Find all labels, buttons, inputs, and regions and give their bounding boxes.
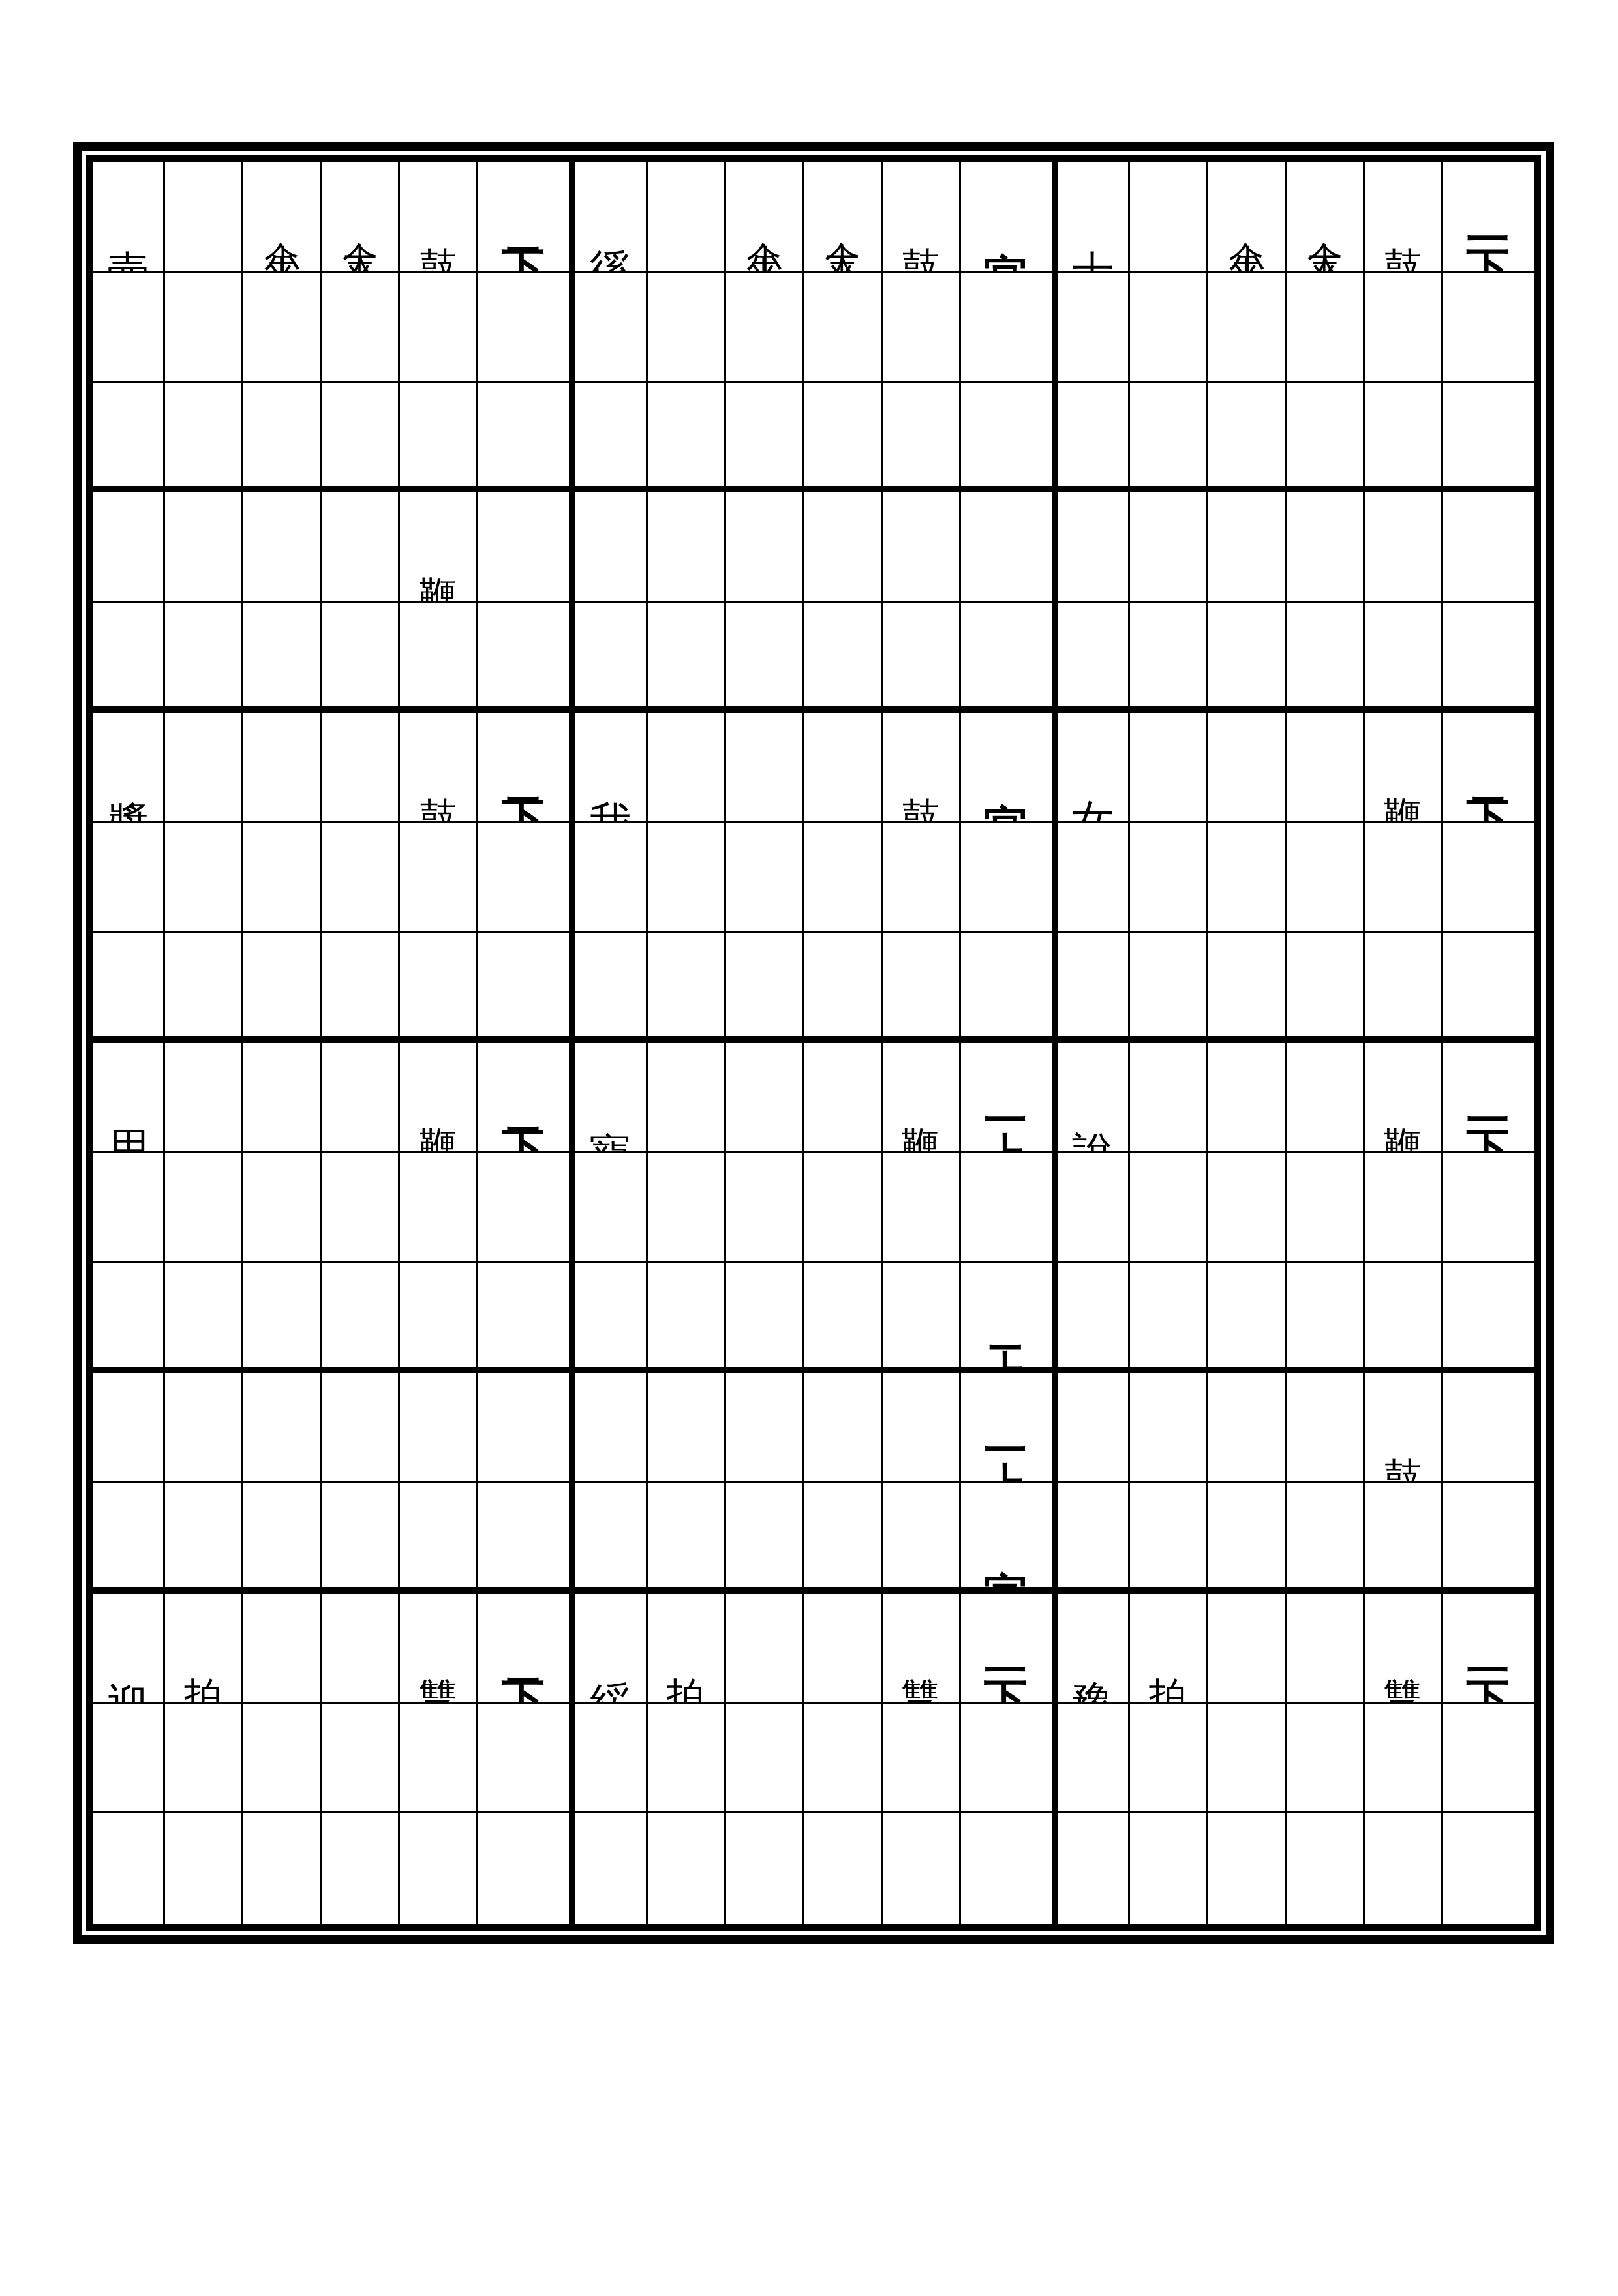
cell-middle-r1-c5: 鼓 [883, 162, 961, 273]
cell-left-r6-c4 [322, 713, 400, 823]
cell-right-r2-c4 [1287, 273, 1365, 383]
cell-middle-r7-c5 [883, 823, 961, 933]
cell-right-r14-c5: 雙 [1365, 1594, 1443, 1704]
cell-right-r6-c4 [1287, 713, 1365, 823]
cell-left-r8-c3 [243, 933, 322, 1043]
cell-right-r5-c1 [1058, 603, 1130, 713]
cell-middle-r2-c1 [575, 273, 647, 383]
cell-middle-r3-c3 [726, 383, 804, 493]
cell-right-r13-c5 [1365, 1483, 1443, 1594]
cell-middle-r1-c6: 宮 [961, 162, 1052, 273]
cell-right-r6-c6: 下二 [1443, 713, 1534, 823]
cell-left-r12-c2 [165, 1373, 243, 1483]
cell-left-r15-c6 [478, 1704, 569, 1814]
cell-left-r11-c4 [322, 1263, 400, 1374]
cell-middle-r12-c4 [804, 1373, 883, 1483]
cell-left-r12-c6 [478, 1373, 569, 1483]
cell-right-r4-c1 [1058, 492, 1130, 603]
cell-right-r2-c2 [1130, 273, 1208, 383]
cell-right-r9-c2 [1130, 1043, 1208, 1153]
cell-middle-r9-c5: 鞭 [883, 1043, 961, 1153]
cell-middle-r1-c2 [648, 162, 726, 273]
cell-right-r3-c1 [1058, 383, 1130, 493]
cell-right-r3-c5 [1365, 383, 1443, 493]
cell-left-r14-c2: 拍 [165, 1594, 243, 1704]
cell-right-r15-c5 [1365, 1704, 1443, 1814]
cell-right-r15-c6 [1443, 1704, 1534, 1814]
cell-right-r9-c3 [1208, 1043, 1287, 1153]
cell-middle-r3-c2 [648, 383, 726, 493]
cell-left-r12-c4 [322, 1373, 400, 1483]
cell-left-r8-c4 [322, 933, 400, 1043]
score-table: 壺小金大金鼓下二鞭漿鼓下二用鞭下二迎拍雙下二 徯小金大金鼓宮我鼓宮寵鞭上一上二上… [86, 155, 1541, 1931]
cell-middle-r14-c4 [804, 1594, 883, 1704]
cell-middle-r14-c1: 綏 [575, 1594, 647, 1704]
cell-left-r14-c1: 迎 [93, 1594, 165, 1704]
cell-left-r16-c5 [400, 1813, 478, 1924]
cell-left-r14-c3 [243, 1594, 322, 1704]
cell-middle-r15-c3 [726, 1704, 804, 1814]
cell-right-r15-c3 [1208, 1704, 1287, 1814]
cell-right-r11-c4 [1287, 1263, 1365, 1374]
cell-left-r12-c3 [243, 1373, 322, 1483]
cell-right-r11-c3 [1208, 1263, 1287, 1374]
cell-middle-r12-c3 [726, 1373, 804, 1483]
cell-left-r13-c5 [400, 1483, 478, 1594]
cell-left-r10-c3 [243, 1153, 322, 1263]
cell-left-r15-c1 [93, 1704, 165, 1814]
cell-left-r16-c6 [478, 1813, 569, 1924]
cell-right-r9-c5: 鞭 [1365, 1043, 1443, 1153]
cell-middle-r6-c4 [804, 713, 883, 823]
cell-left-r9-c1: 用 [93, 1043, 165, 1153]
cell-middle-r16-c6 [961, 1813, 1052, 1924]
cell-middle-r9-c2 [648, 1043, 726, 1153]
cell-middle-r1-c1: 徯 [575, 162, 647, 273]
cell-middle-r13-c5 [883, 1483, 961, 1594]
cell-right-r2-c1 [1058, 273, 1130, 383]
cell-right-r11-c1 [1058, 1263, 1130, 1374]
cell-middle-r5-c3 [726, 603, 804, 713]
cell-middle-r16-c5 [883, 1813, 961, 1924]
cell-middle-r8-c1 [575, 933, 647, 1043]
cell-left-r7-c6 [478, 823, 569, 933]
cell-right-r6-c5: 鞭 [1365, 713, 1443, 823]
cell-left-r11-c3 [243, 1263, 322, 1374]
cell-left-r15-c5 [400, 1704, 478, 1814]
cell-middle-r5-c6 [961, 603, 1052, 713]
cell-middle-r7-c4 [804, 823, 883, 933]
cell-middle-r10-c2 [648, 1153, 726, 1263]
score-page: 壺小金大金鼓下二鞭漿鼓下二用鞭下二迎拍雙下二 徯小金大金鼓宮我鼓宮寵鞭上一上二上… [0, 0, 1618, 2296]
cell-right-r10-c1 [1058, 1153, 1130, 1263]
cell-left-r5-c6 [478, 603, 569, 713]
cell-middle-r3-c1 [575, 383, 647, 493]
cell-right-r4-c2 [1130, 492, 1208, 603]
cell-right-r11-c5 [1365, 1263, 1443, 1374]
cell-left-r3-c4 [322, 383, 400, 493]
score-column-middle: 徯小金大金鼓宮我鼓宮寵鞭上一上二上一宮綏拍雙下一 [569, 162, 1058, 1924]
cell-right-r16-c3 [1208, 1813, 1287, 1924]
cell-middle-r2-c5 [883, 273, 961, 383]
cell-middle-r16-c3 [726, 1813, 804, 1924]
cell-middle-r4-c2 [648, 492, 726, 603]
cell-middle-r15-c1 [575, 1704, 647, 1814]
cell-middle-r4-c5 [883, 492, 961, 603]
cell-middle-r2-c2 [648, 273, 726, 383]
cell-right-r7-c6 [1443, 823, 1534, 933]
cell-left-r9-c5: 鞭 [400, 1043, 478, 1153]
cell-right-r5-c5 [1365, 603, 1443, 713]
cell-right-r1-c1: 士 [1058, 162, 1130, 273]
cell-left-r1-c4: 大金 [322, 162, 400, 273]
cell-right-r4-c4 [1287, 492, 1365, 603]
cell-left-r7-c4 [322, 823, 400, 933]
cell-right-r5-c3 [1208, 603, 1287, 713]
cell-left-r1-c5: 鼓 [400, 162, 478, 273]
cell-left-r1-c2 [165, 162, 243, 273]
cell-left-r3-c1 [93, 383, 165, 493]
cell-left-r1-c1: 壺 [93, 162, 165, 273]
cell-left-r6-c1: 漿 [93, 713, 165, 823]
cell-middle-r8-c6 [961, 933, 1052, 1043]
cell-right-r2-c3 [1208, 273, 1287, 383]
cell-middle-r1-c4: 大金 [804, 162, 883, 273]
cell-left-r7-c1 [93, 823, 165, 933]
score-column-right: 士小金大金鼓下一女鞭下二說鞭下一鼓豫拍雙下一 [1058, 162, 1534, 1924]
cell-left-r16-c2 [165, 1813, 243, 1924]
cell-middle-r15-c6 [961, 1704, 1052, 1814]
cell-right-r7-c5 [1365, 823, 1443, 933]
cell-middle-r4-c4 [804, 492, 883, 603]
cell-left-r15-c2 [165, 1704, 243, 1814]
cell-right-r14-c4 [1287, 1594, 1365, 1704]
cell-middle-r12-c1 [575, 1373, 647, 1483]
cell-middle-r15-c4 [804, 1704, 883, 1814]
cell-right-r12-c4 [1287, 1373, 1365, 1483]
cell-middle-r11-c5 [883, 1263, 961, 1374]
cell-middle-r4-c3 [726, 492, 804, 603]
cell-right-r1-c4: 大金 [1287, 162, 1365, 273]
cell-right-r11-c6 [1443, 1263, 1534, 1374]
cell-right-r16-c1 [1058, 1813, 1130, 1924]
cell-left-r9-c2 [165, 1043, 243, 1153]
cell-left-r5-c2 [165, 603, 243, 713]
cell-right-r1-c6: 下一 [1443, 162, 1534, 273]
cell-middle-r11-c1 [575, 1263, 647, 1374]
cell-right-r7-c2 [1130, 823, 1208, 933]
cell-right-r12-c1 [1058, 1373, 1130, 1483]
cell-left-r1-c3: 小金 [243, 162, 322, 273]
cell-left-r14-c6: 下二 [478, 1594, 569, 1704]
cell-right-r6-c3 [1208, 713, 1287, 823]
cell-right-r15-c4 [1287, 1704, 1365, 1814]
cell-right-r6-c2 [1130, 713, 1208, 823]
cell-middle-r5-c5 [883, 603, 961, 713]
cell-middle-r15-c2 [648, 1704, 726, 1814]
cell-middle-r3-c4 [804, 383, 883, 493]
cell-middle-r13-c2 [648, 1483, 726, 1594]
cell-right-r2-c5 [1365, 273, 1443, 383]
cell-left-r13-c4 [322, 1483, 400, 1594]
cell-left-r7-c2 [165, 823, 243, 933]
cell-left-r10-c4 [322, 1153, 400, 1263]
cell-middle-r8-c2 [648, 933, 726, 1043]
cell-middle-r13-c4 [804, 1483, 883, 1594]
cell-left-r5-c5 [400, 603, 478, 713]
cell-right-r10-c2 [1130, 1153, 1208, 1263]
cell-middle-r3-c5 [883, 383, 961, 493]
cell-left-r14-c5: 雙 [400, 1594, 478, 1704]
cell-right-r4-c3 [1208, 492, 1287, 603]
cell-right-r14-c3 [1208, 1594, 1287, 1704]
cell-right-r2-c6 [1443, 273, 1534, 383]
cell-middle-r5-c1 [575, 603, 647, 713]
cell-middle-r14-c5: 雙 [883, 1594, 961, 1704]
cell-middle-r10-c4 [804, 1153, 883, 1263]
cell-middle-r16-c2 [648, 1813, 726, 1924]
cell-left-r2-c1 [93, 273, 165, 383]
cell-left-r12-c1 [93, 1373, 165, 1483]
cell-right-r16-c2 [1130, 1813, 1208, 1924]
cell-left-r2-c3 [243, 273, 322, 383]
cell-right-r16-c5 [1365, 1813, 1443, 1924]
cell-left-r2-c5 [400, 273, 478, 383]
cell-right-r10-c5 [1365, 1153, 1443, 1263]
cell-left-r16-c1 [93, 1813, 165, 1924]
cell-middle-r7-c3 [726, 823, 804, 933]
cell-right-r7-c1 [1058, 823, 1130, 933]
cell-right-r3-c4 [1287, 383, 1365, 493]
cell-middle-r10-c1 [575, 1153, 647, 1263]
cell-middle-r6-c2 [648, 713, 726, 823]
cell-right-r8-c4 [1287, 933, 1365, 1043]
cell-left-r5-c1 [93, 603, 165, 713]
cell-left-r3-c2 [165, 383, 243, 493]
cell-left-r2-c2 [165, 273, 243, 383]
cell-left-r4-c2 [165, 492, 243, 603]
cell-middle-r12-c2 [648, 1373, 726, 1483]
cell-right-r8-c1 [1058, 933, 1130, 1043]
cell-left-r4-c1 [93, 492, 165, 603]
cell-right-r3-c3 [1208, 383, 1287, 493]
cell-right-r9-c6: 下一 [1443, 1043, 1534, 1153]
cell-right-r8-c3 [1208, 933, 1287, 1043]
cell-middle-r1-c3: 小金 [726, 162, 804, 273]
cell-left-r8-c2 [165, 933, 243, 1043]
cell-right-r8-c2 [1130, 933, 1208, 1043]
cell-right-r4-c6 [1443, 492, 1534, 603]
cell-right-r1-c2 [1130, 162, 1208, 273]
cell-middle-r15-c5 [883, 1704, 961, 1814]
cell-middle-r6-c1: 我 [575, 713, 647, 823]
cell-right-r12-c3 [1208, 1373, 1287, 1483]
score-column-left: 壺小金大金鼓下二鞭漿鼓下二用鞭下二迎拍雙下二 [93, 162, 569, 1924]
cell-right-r7-c3 [1208, 823, 1287, 933]
cell-right-r4-c5 [1365, 492, 1443, 603]
cell-left-r11-c6 [478, 1263, 569, 1374]
cell-left-r6-c3 [243, 713, 322, 823]
cell-left-r4-c3 [243, 492, 322, 603]
cell-left-r11-c2 [165, 1263, 243, 1374]
cell-right-r15-c1 [1058, 1704, 1130, 1814]
cell-right-r16-c6 [1443, 1813, 1534, 1924]
cell-middle-r11-c2 [648, 1263, 726, 1374]
cell-left-r11-c5 [400, 1263, 478, 1374]
cell-middle-r10-c5 [883, 1153, 961, 1263]
cell-middle-r8-c3 [726, 933, 804, 1043]
cell-middle-r11-c3 [726, 1263, 804, 1374]
cell-right-r12-c6 [1443, 1373, 1534, 1483]
cell-right-r13-c3 [1208, 1483, 1287, 1594]
cell-middle-r4-c6 [961, 492, 1052, 603]
cell-left-r14-c4 [322, 1594, 400, 1704]
cell-right-r13-c1 [1058, 1483, 1130, 1594]
cell-right-r10-c6 [1443, 1153, 1534, 1263]
score-outer-frame: 壺小金大金鼓下二鞭漿鼓下二用鞭下二迎拍雙下二 徯小金大金鼓宮我鼓宮寵鞭上一上二上… [73, 142, 1554, 1944]
cell-left-r12-c5 [400, 1373, 478, 1483]
cell-middle-r8-c4 [804, 933, 883, 1043]
cell-middle-r9-c6: 上一 [961, 1043, 1052, 1153]
cell-right-r8-c6 [1443, 933, 1534, 1043]
cell-left-r4-c5: 鞭 [400, 492, 478, 603]
cell-right-r9-c4 [1287, 1043, 1365, 1153]
cell-left-r1-c6: 下二 [478, 162, 569, 273]
cell-right-r5-c6 [1443, 603, 1534, 713]
cell-middle-r16-c1 [575, 1813, 647, 1924]
cell-right-r5-c4 [1287, 603, 1365, 713]
cell-left-r2-c4 [322, 273, 400, 383]
cell-left-r6-c5: 鼓 [400, 713, 478, 823]
cell-left-r2-c6 [478, 273, 569, 383]
cell-middle-r6-c6: 宮 [961, 713, 1052, 823]
cell-middle-r11-c4 [804, 1263, 883, 1374]
cell-right-r10-c3 [1208, 1153, 1287, 1263]
cell-middle-r16-c4 [804, 1813, 883, 1924]
cell-left-r8-c6 [478, 933, 569, 1043]
cell-right-r9-c1: 說 [1058, 1043, 1130, 1153]
cell-right-r13-c6 [1443, 1483, 1534, 1594]
cell-left-r11-c1 [93, 1263, 165, 1374]
cell-middle-r11-c6: 上二 [961, 1263, 1052, 1374]
cell-middle-r8-c5 [883, 933, 961, 1043]
cell-middle-r14-c2: 拍 [648, 1594, 726, 1704]
cell-left-r10-c6 [478, 1153, 569, 1263]
cell-middle-r5-c2 [648, 603, 726, 713]
cell-left-r3-c5 [400, 383, 478, 493]
cell-middle-r7-c1 [575, 823, 647, 933]
cell-middle-r2-c3 [726, 273, 804, 383]
cell-right-r3-c6 [1443, 383, 1534, 493]
cell-left-r5-c3 [243, 603, 322, 713]
cell-right-r14-c6: 下一 [1443, 1594, 1534, 1704]
cell-left-r16-c4 [322, 1813, 400, 1924]
cell-right-r5-c2 [1130, 603, 1208, 713]
cell-left-r10-c5 [400, 1153, 478, 1263]
cell-right-r1-c5: 鼓 [1365, 162, 1443, 273]
cell-left-r15-c3 [243, 1704, 322, 1814]
cell-left-r3-c6 [478, 383, 569, 493]
cell-left-r6-c2 [165, 713, 243, 823]
cell-middle-r12-c6: 上一 [961, 1373, 1052, 1483]
cell-right-r3-c2 [1130, 383, 1208, 493]
cell-right-r12-c5: 鼓 [1365, 1373, 1443, 1483]
cell-left-r16-c3 [243, 1813, 322, 1924]
cell-right-r7-c4 [1287, 823, 1365, 933]
cell-left-r7-c3 [243, 823, 322, 933]
cell-left-r13-c6 [478, 1483, 569, 1594]
cell-left-r10-c1 [93, 1153, 165, 1263]
cell-middle-r7-c6 [961, 823, 1052, 933]
cell-right-r11-c2 [1130, 1263, 1208, 1374]
cell-middle-r13-c3 [726, 1483, 804, 1594]
cell-left-r9-c6: 下二 [478, 1043, 569, 1153]
cell-middle-r2-c4 [804, 273, 883, 383]
cell-left-r4-c4 [322, 492, 400, 603]
cell-middle-r10-c3 [726, 1153, 804, 1263]
cell-middle-r9-c1: 寵 [575, 1043, 647, 1153]
cell-left-r9-c3 [243, 1043, 322, 1153]
cell-left-r13-c3 [243, 1483, 322, 1594]
cell-left-r13-c1 [93, 1483, 165, 1594]
cell-middle-r2-c6 [961, 273, 1052, 383]
cell-right-r14-c2: 拍 [1130, 1594, 1208, 1704]
cell-right-r6-c1: 女 [1058, 713, 1130, 823]
cell-left-r7-c5 [400, 823, 478, 933]
cell-left-r5-c4 [322, 603, 400, 713]
cell-left-r6-c6: 下二 [478, 713, 569, 823]
cell-left-r8-c1 [93, 933, 165, 1043]
cell-middle-r6-c3 [726, 713, 804, 823]
cell-middle-r13-c6: 宮 [961, 1483, 1052, 1594]
cell-middle-r12-c5 [883, 1373, 961, 1483]
cell-right-r14-c1: 豫 [1058, 1594, 1130, 1704]
cell-left-r4-c6 [478, 492, 569, 603]
cell-middle-r7-c2 [648, 823, 726, 933]
cell-left-r13-c2 [165, 1483, 243, 1594]
cell-left-r9-c4 [322, 1043, 400, 1153]
cell-middle-r14-c3 [726, 1594, 804, 1704]
cell-middle-r9-c3 [726, 1043, 804, 1153]
cell-right-r10-c4 [1287, 1153, 1365, 1263]
cell-right-r15-c2 [1130, 1704, 1208, 1814]
cell-right-r13-c4 [1287, 1483, 1365, 1594]
cell-left-r3-c3 [243, 383, 322, 493]
cell-left-r10-c2 [165, 1153, 243, 1263]
cell-middle-r6-c5: 鼓 [883, 713, 961, 823]
cell-middle-r5-c4 [804, 603, 883, 713]
cell-middle-r3-c6 [961, 383, 1052, 493]
cell-middle-r13-c1 [575, 1483, 647, 1594]
cell-middle-r10-c6 [961, 1153, 1052, 1263]
cell-left-r8-c5 [400, 933, 478, 1043]
cell-right-r12-c2 [1130, 1373, 1208, 1483]
cell-right-r16-c4 [1287, 1813, 1365, 1924]
cell-middle-r14-c6: 下一 [961, 1594, 1052, 1704]
cell-right-r1-c3: 小金 [1208, 162, 1287, 273]
cell-right-r13-c2 [1130, 1483, 1208, 1594]
cell-middle-r4-c1 [575, 492, 647, 603]
cell-middle-r9-c4 [804, 1043, 883, 1153]
cell-right-r8-c5 [1365, 933, 1443, 1043]
cell-left-r15-c4 [322, 1704, 400, 1814]
